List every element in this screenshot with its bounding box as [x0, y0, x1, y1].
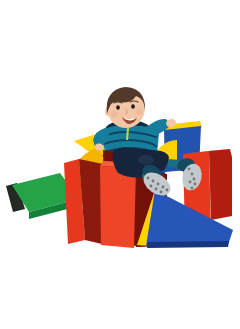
left-hand [95, 143, 103, 150]
wedge-blue-bottom-edge [147, 241, 229, 248]
pants-knee-highlight [138, 155, 154, 165]
product-photo [0, 0, 240, 329]
center-red-pillar-front [100, 166, 136, 248]
soft-play-scene [0, 0, 240, 329]
right-red-block-side [209, 149, 232, 220]
jacket-zipper [127, 128, 128, 140]
